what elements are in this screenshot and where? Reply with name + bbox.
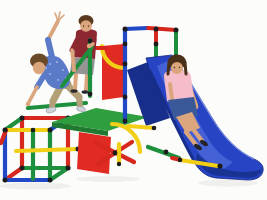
play-structure-scene [0, 0, 267, 200]
product-photo [0, 0, 267, 200]
shadow-left [0, 183, 71, 190]
connector [164, 150, 169, 155]
sneaker [76, 106, 86, 112]
raised-hand [55, 12, 64, 21]
leg [75, 74, 76, 89]
tube [16, 149, 78, 151]
tube [125, 28, 148, 29]
shadow-center [76, 176, 140, 182]
face [171, 62, 183, 74]
connector [178, 158, 183, 163]
left-sleeve [37, 74, 45, 87]
tube [148, 147, 179, 158]
connector [88, 39, 93, 44]
tube [128, 126, 154, 128]
face [80, 20, 92, 32]
connector [152, 126, 157, 131]
connector [117, 162, 121, 166]
left-forearm [29, 87, 37, 102]
shadow-slide [198, 180, 258, 187]
front-shin [52, 101, 53, 107]
leg [86, 75, 87, 90]
hair-strand [168, 62, 169, 74]
sandal [82, 90, 89, 94]
sandal [71, 89, 78, 93]
tube [148, 28, 176, 30]
hair-strand [185, 62, 186, 74]
red-panel-upper [102, 44, 124, 100]
connector [113, 151, 118, 156]
boy2-forearm [72, 50, 74, 68]
boy2-hand [87, 44, 91, 48]
left-hand [26, 102, 31, 107]
raised-sleeve [48, 40, 52, 57]
connector [88, 92, 93, 97]
face [33, 62, 45, 74]
red-panel-lower [77, 132, 111, 174]
connector [217, 163, 222, 168]
raised-forearm [49, 21, 58, 38]
climbing-cube-frame [1, 103, 86, 183]
back-shin [79, 97, 80, 106]
boy2-hand [72, 68, 76, 72]
